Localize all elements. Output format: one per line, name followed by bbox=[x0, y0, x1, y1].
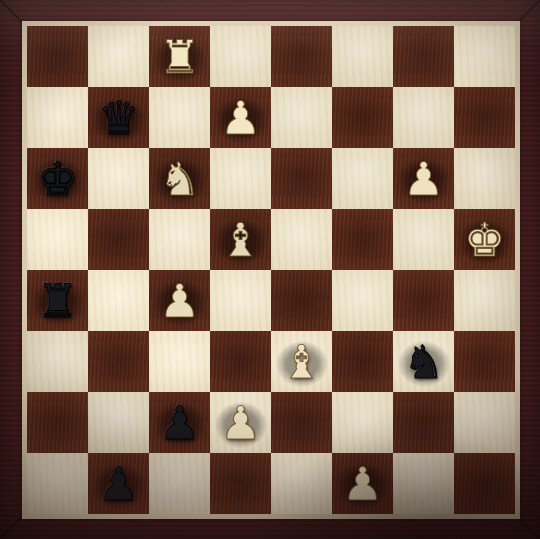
square-d2[interactable]: ♟ bbox=[210, 392, 271, 453]
square-e2[interactable] bbox=[271, 392, 332, 453]
square-c7[interactable] bbox=[149, 87, 210, 148]
square-a3[interactable] bbox=[27, 331, 88, 392]
square-d1[interactable] bbox=[210, 453, 271, 514]
square-c3[interactable] bbox=[149, 331, 210, 392]
square-g2[interactable] bbox=[393, 392, 454, 453]
piece-white-pawn[interactable]: ♟ bbox=[220, 95, 261, 141]
square-b6[interactable] bbox=[88, 148, 149, 209]
square-f7[interactable] bbox=[332, 87, 393, 148]
square-e5[interactable] bbox=[271, 209, 332, 270]
piece-black-queen[interactable]: ♛ bbox=[98, 95, 139, 141]
square-e1[interactable] bbox=[271, 453, 332, 514]
square-g4[interactable] bbox=[393, 270, 454, 331]
square-h6[interactable] bbox=[454, 148, 515, 209]
piece-black-king[interactable]: ♚ bbox=[37, 156, 78, 202]
square-a2[interactable] bbox=[27, 392, 88, 453]
chess-board: ♜♛♟♚♞♟♝♚♜♟♝♞♟♟♟♟ bbox=[27, 26, 515, 514]
piece-white-pawn[interactable]: ♟ bbox=[159, 278, 200, 324]
square-g1[interactable] bbox=[393, 453, 454, 514]
piece-black-knight[interactable]: ♞ bbox=[403, 339, 444, 385]
square-h5[interactable]: ♚ bbox=[454, 209, 515, 270]
square-g7[interactable] bbox=[393, 87, 454, 148]
square-h1[interactable] bbox=[454, 453, 515, 514]
square-g8[interactable] bbox=[393, 26, 454, 87]
square-d7[interactable]: ♟ bbox=[210, 87, 271, 148]
square-g3[interactable]: ♞ bbox=[393, 331, 454, 392]
square-f2[interactable] bbox=[332, 392, 393, 453]
square-e3[interactable]: ♝ bbox=[271, 331, 332, 392]
square-h2[interactable] bbox=[454, 392, 515, 453]
square-b3[interactable] bbox=[88, 331, 149, 392]
square-e4[interactable] bbox=[271, 270, 332, 331]
piece-white-bishop[interactable]: ♝ bbox=[220, 217, 261, 263]
chess-board-photo: ♜♛♟♚♞♟♝♚♜♟♝♞♟♟♟♟ bbox=[0, 0, 540, 539]
square-c2[interactable]: ♟ bbox=[149, 392, 210, 453]
square-c4[interactable]: ♟ bbox=[149, 270, 210, 331]
square-h3[interactable] bbox=[454, 331, 515, 392]
square-d6[interactable] bbox=[210, 148, 271, 209]
piece-white-pawn[interactable]: ♟ bbox=[342, 461, 383, 507]
square-f3[interactable] bbox=[332, 331, 393, 392]
square-f1[interactable]: ♟ bbox=[332, 453, 393, 514]
piece-white-rook[interactable]: ♜ bbox=[159, 34, 200, 80]
piece-black-pawn[interactable]: ♟ bbox=[159, 400, 200, 446]
square-a7[interactable] bbox=[27, 87, 88, 148]
square-c5[interactable] bbox=[149, 209, 210, 270]
piece-white-pawn[interactable]: ♟ bbox=[220, 400, 261, 446]
square-b5[interactable] bbox=[88, 209, 149, 270]
square-a6[interactable]: ♚ bbox=[27, 148, 88, 209]
square-b1[interactable]: ♟ bbox=[88, 453, 149, 514]
square-e7[interactable] bbox=[271, 87, 332, 148]
square-d8[interactable] bbox=[210, 26, 271, 87]
square-h4[interactable] bbox=[454, 270, 515, 331]
square-f5[interactable] bbox=[332, 209, 393, 270]
square-b2[interactable] bbox=[88, 392, 149, 453]
square-a5[interactable] bbox=[27, 209, 88, 270]
piece-white-king[interactable]: ♚ bbox=[464, 217, 505, 263]
square-c1[interactable] bbox=[149, 453, 210, 514]
square-a4[interactable]: ♜ bbox=[27, 270, 88, 331]
square-b4[interactable] bbox=[88, 270, 149, 331]
square-d3[interactable] bbox=[210, 331, 271, 392]
piece-black-rook[interactable]: ♜ bbox=[37, 278, 78, 324]
square-e6[interactable] bbox=[271, 148, 332, 209]
square-f4[interactable] bbox=[332, 270, 393, 331]
square-d5[interactable]: ♝ bbox=[210, 209, 271, 270]
square-b8[interactable] bbox=[88, 26, 149, 87]
square-a8[interactable] bbox=[27, 26, 88, 87]
square-c8[interactable]: ♜ bbox=[149, 26, 210, 87]
square-h8[interactable] bbox=[454, 26, 515, 87]
board-inlay-border: ♜♛♟♚♞♟♝♚♜♟♝♞♟♟♟♟ bbox=[22, 21, 520, 519]
square-g6[interactable]: ♟ bbox=[393, 148, 454, 209]
square-f8[interactable] bbox=[332, 26, 393, 87]
piece-black-pawn[interactable]: ♟ bbox=[98, 461, 139, 507]
piece-white-knight[interactable]: ♞ bbox=[159, 156, 200, 202]
square-f6[interactable] bbox=[332, 148, 393, 209]
square-a1[interactable] bbox=[27, 453, 88, 514]
piece-white-pawn[interactable]: ♟ bbox=[403, 156, 444, 202]
square-g5[interactable] bbox=[393, 209, 454, 270]
piece-white-bishop[interactable]: ♝ bbox=[281, 339, 322, 385]
square-e8[interactable] bbox=[271, 26, 332, 87]
square-h7[interactable] bbox=[454, 87, 515, 148]
square-b7[interactable]: ♛ bbox=[88, 87, 149, 148]
square-c6[interactable]: ♞ bbox=[149, 148, 210, 209]
square-d4[interactable] bbox=[210, 270, 271, 331]
